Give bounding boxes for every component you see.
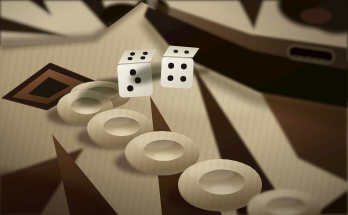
vignette — [0, 0, 348, 215]
lighting — [0, 0, 348, 215]
board-photo-svg — [0, 0, 348, 215]
backgammon-photo — [0, 0, 348, 215]
